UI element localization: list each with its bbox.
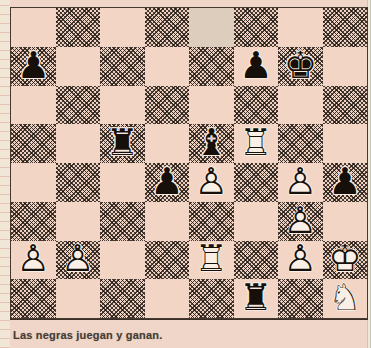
square-d8 [145, 8, 190, 47]
square-g1 [278, 279, 323, 318]
square-h1: ♞♘ [323, 279, 368, 318]
paper-margin-left [0, 0, 10, 348]
square-a6 [11, 86, 56, 125]
piece-black-pawn: ♟ [150, 163, 183, 200]
square-h7 [323, 47, 368, 86]
piece-white-pawn: ♟♙ [17, 240, 50, 277]
square-e1 [189, 279, 234, 318]
square-f3 [234, 202, 279, 241]
square-a7: ♟ [11, 47, 56, 86]
square-a8 [11, 8, 56, 47]
piece-white-rook: ♜♖ [195, 240, 228, 277]
square-d5 [145, 124, 190, 163]
square-h4: ♟ [323, 163, 368, 202]
square-f2 [234, 241, 279, 280]
piece-white-king: ♚♔ [328, 240, 361, 277]
piece-black-king: ♚ [284, 47, 317, 84]
square-a5 [11, 124, 56, 163]
square-b2: ♟♙ [56, 241, 101, 280]
piece-white-knight: ♞♘ [328, 279, 361, 316]
piece-black-bishop: ♝ [195, 124, 228, 161]
square-b3 [56, 202, 101, 241]
square-d2 [145, 241, 190, 280]
square-e8 [189, 8, 234, 47]
square-e2: ♜♖ [189, 241, 234, 280]
square-b1 [56, 279, 101, 318]
square-c6 [100, 86, 145, 125]
square-f5: ♜♖ [234, 124, 279, 163]
piece-black-pawn: ♟ [17, 47, 50, 84]
square-e5: ♝ [189, 124, 234, 163]
square-g6 [278, 86, 323, 125]
square-c3 [100, 202, 145, 241]
square-g4: ♟♙ [278, 163, 323, 202]
square-f8 [234, 8, 279, 47]
piece-black-rook: ♜ [106, 124, 139, 161]
square-c5: ♜ [100, 124, 145, 163]
square-g2: ♟♙ [278, 241, 323, 280]
square-h2: ♚♔ [323, 241, 368, 280]
square-h6 [323, 86, 368, 125]
square-h3 [323, 202, 368, 241]
square-d1 [145, 279, 190, 318]
piece-white-pawn: ♟♙ [284, 202, 317, 239]
square-g8 [278, 8, 323, 47]
square-c7 [100, 47, 145, 86]
piece-white-rook: ♜♖ [239, 124, 272, 161]
piece-white-pawn: ♟♙ [61, 240, 94, 277]
square-c2 [100, 241, 145, 280]
square-e4: ♟♙ [189, 163, 234, 202]
square-a3 [11, 202, 56, 241]
piece-white-pawn: ♟♙ [284, 240, 317, 277]
square-c4 [100, 163, 145, 202]
square-b8 [56, 8, 101, 47]
square-d3 [145, 202, 190, 241]
square-f7: ♟ [234, 47, 279, 86]
chess-board: ♟♟♚♜♝♜♖♟♟♙♟♙♟♟♙♟♙♟♙♜♖♟♙♚♔♜♞♘ [10, 7, 368, 319]
square-b4 [56, 163, 101, 202]
square-a2: ♟♙ [11, 241, 56, 280]
square-c8 [100, 8, 145, 47]
square-g7: ♚ [278, 47, 323, 86]
square-g3: ♟♙ [278, 202, 323, 241]
piece-white-pawn: ♟♙ [195, 163, 228, 200]
square-h8 [323, 8, 368, 47]
piece-black-rook: ♜ [239, 279, 272, 316]
square-d6 [145, 86, 190, 125]
square-c1 [100, 279, 145, 318]
square-b6 [56, 86, 101, 125]
square-f6 [234, 86, 279, 125]
square-e7 [189, 47, 234, 86]
square-b5 [56, 124, 101, 163]
square-g5 [278, 124, 323, 163]
square-f1: ♜ [234, 279, 279, 318]
square-a1 [11, 279, 56, 318]
square-h5 [323, 124, 368, 163]
square-d4: ♟ [145, 163, 190, 202]
square-f4 [234, 163, 279, 202]
square-b7 [56, 47, 101, 86]
caption: Las negras juegan y ganan. [13, 329, 162, 341]
square-e3 [189, 202, 234, 241]
square-e6 [189, 86, 234, 125]
square-a4 [11, 163, 56, 202]
piece-black-pawn: ♟ [239, 47, 272, 84]
square-d7 [145, 47, 190, 86]
piece-white-pawn: ♟♙ [284, 163, 317, 200]
piece-black-pawn: ♟ [328, 163, 361, 200]
